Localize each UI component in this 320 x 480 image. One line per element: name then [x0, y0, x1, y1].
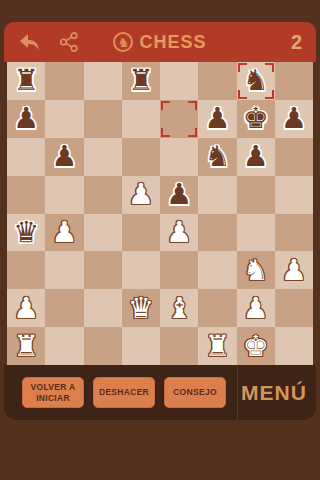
square-b6[interactable]: ♟ — [45, 138, 83, 176]
square-e5[interactable]: ♟ — [160, 176, 198, 214]
square-h7[interactable]: ♟ — [275, 100, 313, 138]
square-d6[interactable] — [122, 138, 160, 176]
square-b8[interactable] — [45, 62, 83, 100]
square-b7[interactable] — [45, 100, 83, 138]
back-arrow-icon — [17, 30, 41, 54]
white-pawn[interactable]: ♟ — [13, 294, 39, 323]
square-f5[interactable] — [198, 176, 236, 214]
last-move-marker — [265, 63, 274, 72]
square-g3[interactable]: ♞ — [237, 251, 275, 289]
square-f1[interactable]: ♜ — [198, 327, 236, 365]
white-pawn[interactable]: ♟ — [128, 180, 154, 209]
square-c2[interactable] — [84, 289, 122, 327]
square-h2[interactable] — [275, 289, 313, 327]
share-button[interactable] — [56, 29, 82, 55]
white-pawn[interactable]: ♟ — [51, 218, 77, 247]
square-e7[interactable] — [160, 100, 198, 138]
black-king[interactable]: ♚ — [243, 104, 269, 133]
footer-buttons: VOLVER A INICIAR DESHACER CONSEJO — [22, 377, 226, 408]
square-d3[interactable] — [122, 251, 160, 289]
square-g6[interactable]: ♟ — [237, 138, 275, 176]
white-knight[interactable]: ♞ — [243, 256, 269, 285]
square-g8[interactable]: ♞ — [237, 62, 275, 100]
square-e8[interactable] — [160, 62, 198, 100]
app-title-text: CHESS — [139, 32, 206, 53]
white-pawn[interactable]: ♟ — [166, 218, 192, 247]
share-icon — [58, 31, 80, 53]
hint-button[interactable]: CONSEJO — [164, 377, 226, 408]
black-pawn[interactable]: ♟ — [243, 142, 269, 171]
square-c5[interactable] — [84, 176, 122, 214]
square-h8[interactable] — [275, 62, 313, 100]
square-h4[interactable] — [275, 214, 313, 252]
chess-board: ♜♜♞♟♟♚♟♟♞♟♟♟♛♟♟♞♟♟♛♝♟♜♜♚ — [7, 62, 313, 365]
square-a2[interactable]: ♟ — [7, 289, 45, 327]
square-g2[interactable]: ♟ — [237, 289, 275, 327]
square-e4[interactable]: ♟ — [160, 214, 198, 252]
square-f4[interactable] — [198, 214, 236, 252]
app-screen: ♞ CHESS 2 ♜♜♞♟♟♚♟♟♞♟♟♟♛♟♟♞♟♟♛♝♟♜♜♚ VOLVE… — [0, 0, 320, 480]
square-a3[interactable] — [7, 251, 45, 289]
black-pawn[interactable]: ♟ — [166, 180, 192, 209]
square-h5[interactable] — [275, 176, 313, 214]
restart-button[interactable]: VOLVER A INICIAR — [22, 377, 84, 408]
last-move-marker — [238, 63, 247, 72]
square-a7[interactable]: ♟ — [7, 100, 45, 138]
last-move-marker — [188, 128, 197, 137]
last-move-marker — [265, 90, 274, 99]
knight-circle-logo-icon: ♞ — [113, 32, 133, 52]
app-title: ♞ CHESS — [4, 22, 316, 62]
square-g5[interactable] — [237, 176, 275, 214]
square-a8[interactable]: ♜ — [7, 62, 45, 100]
white-rook[interactable]: ♜ — [13, 332, 39, 361]
square-d8[interactable]: ♜ — [122, 62, 160, 100]
square-b3[interactable] — [45, 251, 83, 289]
black-queen[interactable]: ♛ — [13, 218, 39, 247]
last-move-marker — [161, 128, 170, 137]
square-b2[interactable] — [45, 289, 83, 327]
square-h3[interactable]: ♟ — [275, 251, 313, 289]
white-queen[interactable]: ♛ — [128, 294, 154, 323]
square-c3[interactable] — [84, 251, 122, 289]
white-pawn[interactable]: ♟ — [281, 256, 307, 285]
square-a1[interactable]: ♜ — [7, 327, 45, 365]
square-e1[interactable] — [160, 327, 198, 365]
header-bar: ♞ CHESS 2 — [4, 22, 316, 62]
square-a5[interactable] — [7, 176, 45, 214]
square-e6[interactable] — [160, 138, 198, 176]
square-b4[interactable]: ♟ — [45, 214, 83, 252]
square-d2[interactable]: ♛ — [122, 289, 160, 327]
square-d7[interactable] — [122, 100, 160, 138]
square-g7[interactable]: ♚ — [237, 100, 275, 138]
black-pawn[interactable]: ♟ — [281, 104, 307, 133]
square-e3[interactable] — [160, 251, 198, 289]
undo-button[interactable]: DESHACER — [93, 377, 155, 408]
square-h1[interactable] — [275, 327, 313, 365]
black-pawn[interactable]: ♟ — [13, 104, 39, 133]
square-d5[interactable]: ♟ — [122, 176, 160, 214]
square-d1[interactable] — [122, 327, 160, 365]
square-f7[interactable]: ♟ — [198, 100, 236, 138]
square-c4[interactable] — [84, 214, 122, 252]
square-f3[interactable] — [198, 251, 236, 289]
white-pawn[interactable]: ♟ — [243, 294, 269, 323]
black-pawn[interactable]: ♟ — [51, 142, 77, 171]
square-c6[interactable] — [84, 138, 122, 176]
square-c8[interactable] — [84, 62, 122, 100]
menu-button[interactable]: MENÚ — [238, 365, 310, 420]
square-f6[interactable]: ♞ — [198, 138, 236, 176]
white-king[interactable]: ♚ — [243, 332, 269, 361]
last-move-marker — [238, 90, 247, 99]
square-c1[interactable] — [84, 327, 122, 365]
black-pawn[interactable]: ♟ — [204, 104, 230, 133]
black-rook[interactable]: ♜ — [13, 66, 39, 95]
square-a4[interactable]: ♛ — [7, 214, 45, 252]
last-move-marker — [161, 101, 170, 110]
square-e2[interactable]: ♝ — [160, 289, 198, 327]
footer-bar: VOLVER A INICIAR DESHACER CONSEJO MENÚ — [4, 365, 316, 420]
white-bishop[interactable]: ♝ — [166, 294, 192, 323]
last-move-marker — [188, 101, 197, 110]
back-button[interactable] — [16, 29, 42, 55]
move-counter: 2 — [291, 22, 302, 62]
square-d4[interactable] — [122, 214, 160, 252]
square-c7[interactable] — [84, 100, 122, 138]
square-b1[interactable] — [45, 327, 83, 365]
square-h6[interactable] — [275, 138, 313, 176]
square-f2[interactable] — [198, 289, 236, 327]
square-f8[interactable] — [198, 62, 236, 100]
black-rook[interactable]: ♜ — [128, 66, 154, 95]
white-rook[interactable]: ♜ — [204, 332, 230, 361]
black-knight[interactable]: ♞ — [204, 142, 230, 171]
square-g1[interactable]: ♚ — [237, 327, 275, 365]
square-b5[interactable] — [45, 176, 83, 214]
square-g4[interactable] — [237, 214, 275, 252]
square-a6[interactable] — [7, 138, 45, 176]
